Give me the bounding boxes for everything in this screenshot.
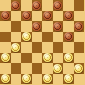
square-b6[interactable] <box>11 21 22 32</box>
square-f2[interactable] <box>53 63 64 74</box>
square-e4 <box>42 42 53 53</box>
square-b7 <box>11 11 22 22</box>
red-piece[interactable] <box>11 1 20 10</box>
yellow-piece[interactable] <box>53 64 62 73</box>
square-a7[interactable] <box>0 11 11 22</box>
square-h3 <box>74 53 85 64</box>
square-f7 <box>53 11 64 22</box>
square-g3[interactable] <box>63 53 74 64</box>
square-b1 <box>11 74 22 85</box>
square-g7[interactable] <box>63 11 74 22</box>
square-c8 <box>21 0 32 11</box>
square-f3 <box>53 53 64 64</box>
checkers-board <box>0 0 84 84</box>
yellow-piece[interactable] <box>22 32 31 41</box>
square-f8[interactable] <box>53 0 64 11</box>
square-b3 <box>11 53 22 64</box>
square-d4[interactable] <box>32 42 43 53</box>
yellow-piece[interactable] <box>22 74 31 83</box>
square-d7 <box>32 11 43 22</box>
square-e7[interactable] <box>42 11 53 22</box>
square-a6 <box>0 21 11 32</box>
yellow-piece[interactable] <box>74 64 83 73</box>
square-d2[interactable] <box>32 63 43 74</box>
square-h7 <box>74 11 85 22</box>
square-f4[interactable] <box>53 42 64 53</box>
square-b5 <box>11 32 22 43</box>
red-piece[interactable] <box>74 22 83 31</box>
red-piece[interactable] <box>1 11 10 20</box>
square-h8[interactable] <box>74 0 85 11</box>
square-e8 <box>42 0 53 11</box>
yellow-piece[interactable] <box>43 53 52 62</box>
square-d1 <box>32 74 43 85</box>
red-piece[interactable] <box>22 11 31 20</box>
red-piece[interactable] <box>32 22 41 31</box>
square-g2 <box>63 63 74 74</box>
red-piece[interactable] <box>64 32 73 41</box>
square-h1 <box>74 74 85 85</box>
square-d3 <box>32 53 43 64</box>
square-c6 <box>21 21 32 32</box>
square-a4 <box>0 42 11 53</box>
red-piece[interactable] <box>53 22 62 31</box>
square-b8[interactable] <box>11 0 22 11</box>
square-d8[interactable] <box>32 0 43 11</box>
yellow-piece[interactable] <box>1 53 10 62</box>
square-e3[interactable] <box>42 53 53 64</box>
square-d5 <box>32 32 43 43</box>
square-g4 <box>63 42 74 53</box>
square-c5[interactable] <box>21 32 32 43</box>
square-e1[interactable] <box>42 74 53 85</box>
yellow-piece[interactable] <box>43 74 52 83</box>
square-g6 <box>63 21 74 32</box>
square-h4[interactable] <box>74 42 85 53</box>
yellow-piece[interactable] <box>64 53 73 62</box>
square-f1 <box>53 74 64 85</box>
square-a3[interactable] <box>0 53 11 64</box>
square-c7[interactable] <box>21 11 32 22</box>
square-a1[interactable] <box>0 74 11 85</box>
square-c2 <box>21 63 32 74</box>
square-h5 <box>74 32 85 43</box>
square-h6[interactable] <box>74 21 85 32</box>
yellow-piece[interactable] <box>1 74 10 83</box>
square-c1[interactable] <box>21 74 32 85</box>
square-g8 <box>63 0 74 11</box>
red-piece[interactable] <box>64 11 73 20</box>
square-c3[interactable] <box>21 53 32 64</box>
square-e5[interactable] <box>42 32 53 43</box>
square-d6[interactable] <box>32 21 43 32</box>
red-piece[interactable] <box>43 11 52 20</box>
square-b2[interactable] <box>11 63 22 74</box>
square-f5 <box>53 32 64 43</box>
square-f6[interactable] <box>53 21 64 32</box>
square-g1[interactable] <box>63 74 74 85</box>
square-a2 <box>0 63 11 74</box>
square-b4[interactable] <box>11 42 22 53</box>
square-e2 <box>42 63 53 74</box>
square-a8 <box>0 0 11 11</box>
red-piece[interactable] <box>32 1 41 10</box>
square-g5[interactable] <box>63 32 74 43</box>
square-e6 <box>42 21 53 32</box>
square-h2[interactable] <box>74 63 85 74</box>
yellow-piece[interactable] <box>11 43 20 52</box>
square-c4 <box>21 42 32 53</box>
square-a5[interactable] <box>0 32 11 43</box>
red-piece[interactable] <box>53 1 62 10</box>
yellow-piece[interactable] <box>64 74 73 83</box>
